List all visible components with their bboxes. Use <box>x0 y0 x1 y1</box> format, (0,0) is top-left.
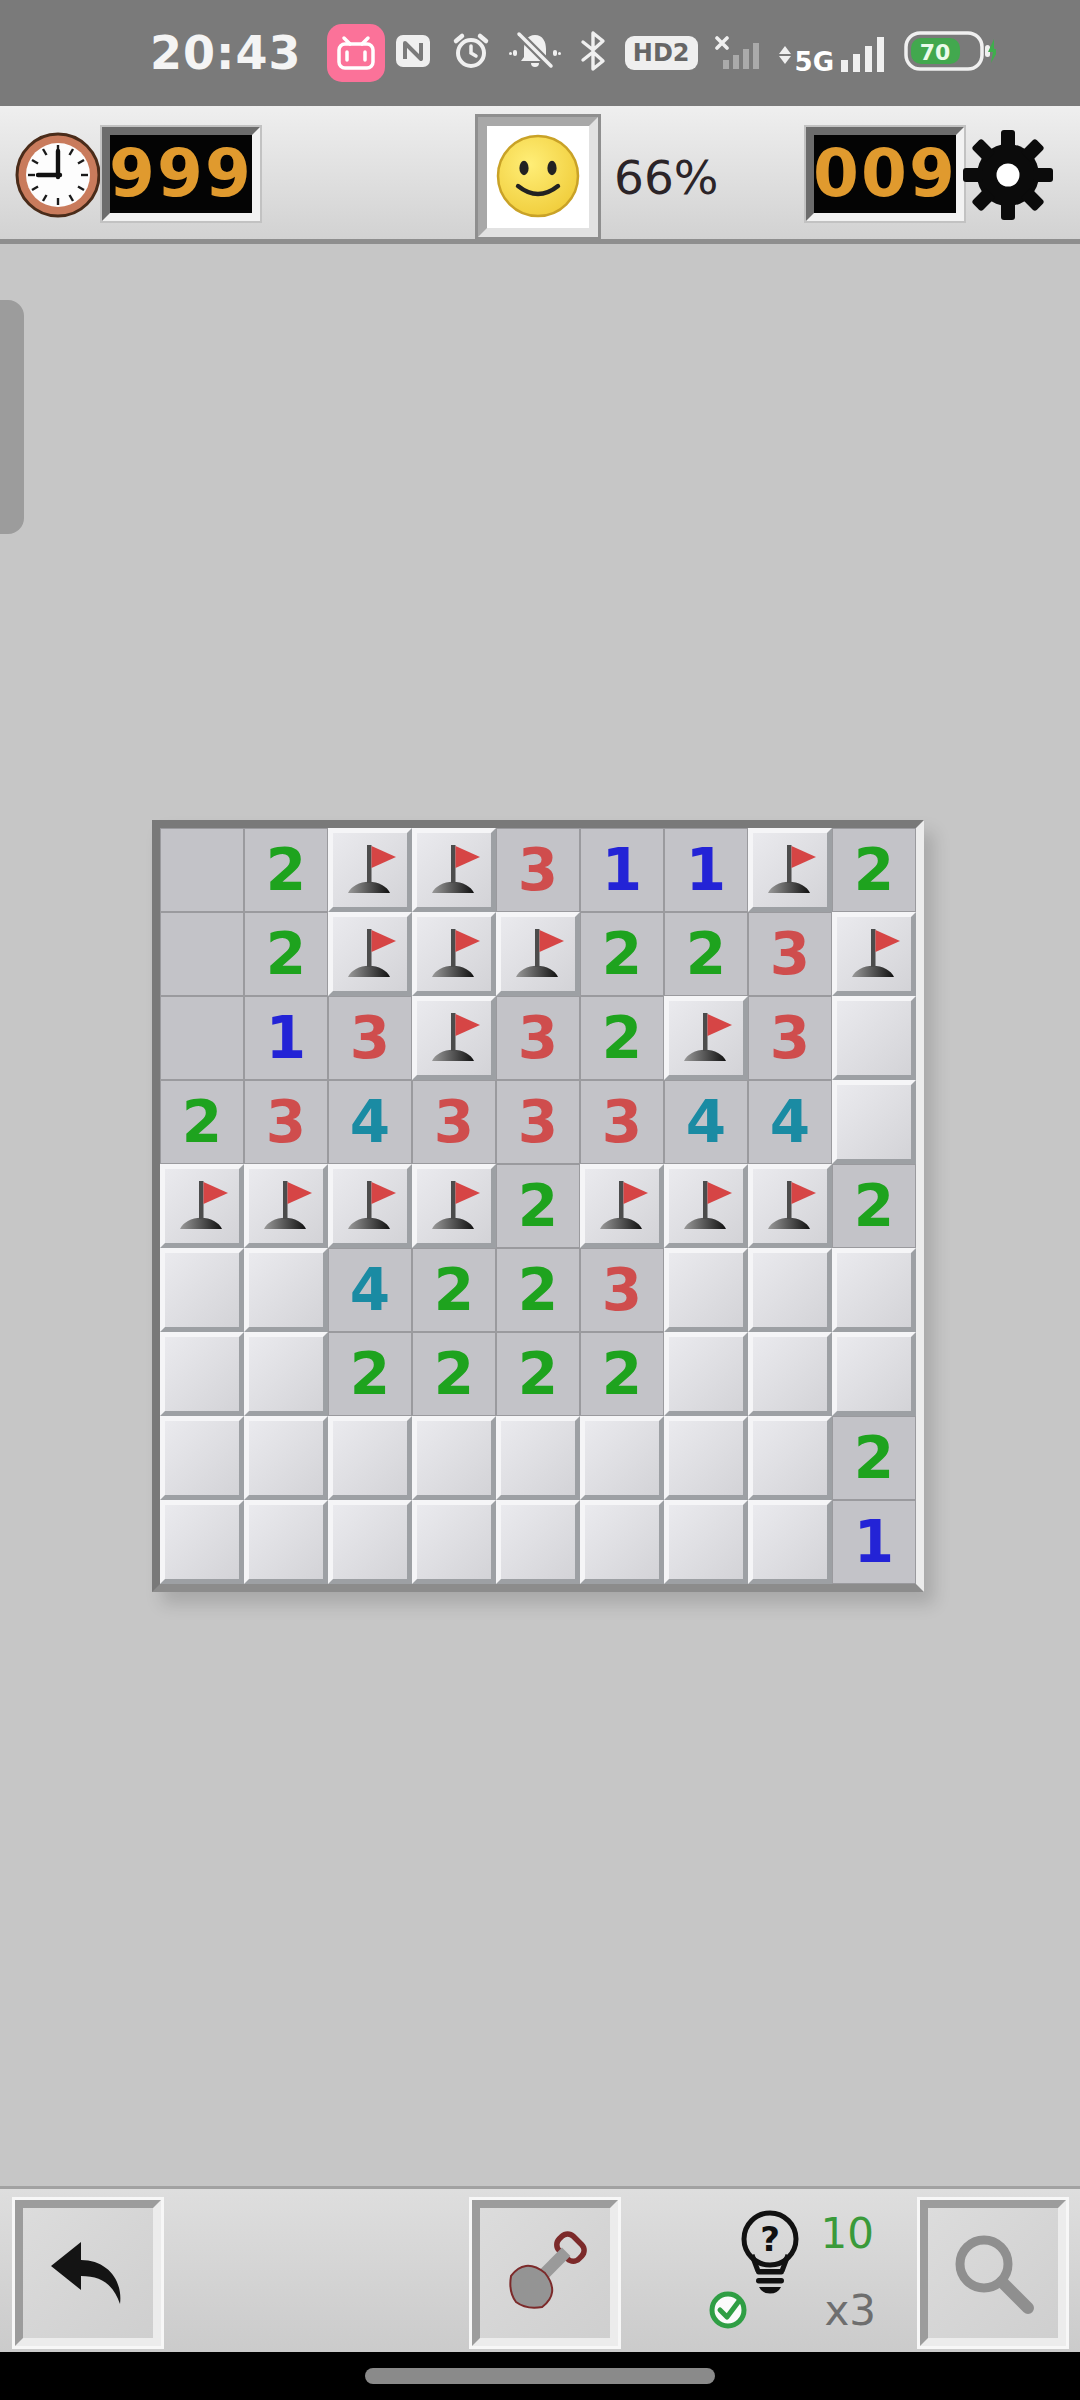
flag-icon <box>764 841 816 899</box>
cell-r2c7[interactable]: 2 <box>664 912 748 996</box>
flag-icon <box>428 1177 480 1235</box>
cell-r8c1[interactable] <box>160 1416 244 1500</box>
cell-number: 3 <box>434 1093 474 1151</box>
cell-r7c5[interactable]: 2 <box>496 1332 580 1416</box>
cell-r4c2[interactable]: 3 <box>244 1080 328 1164</box>
cell-number: 3 <box>518 1093 558 1151</box>
bilibili-app-icon <box>327 24 385 82</box>
cell-r7c8[interactable] <box>748 1332 832 1416</box>
cell-r9c8[interactable] <box>748 1500 832 1584</box>
cell-number: 2 <box>434 1261 474 1319</box>
cell-r5c3[interactable] <box>328 1164 412 1248</box>
cell-number: 4 <box>350 1261 390 1319</box>
cell-r2c6[interactable]: 2 <box>580 912 664 996</box>
cell-number: 2 <box>602 1345 642 1403</box>
cell-r4c3[interactable]: 4 <box>328 1080 412 1164</box>
cell-r8c4[interactable] <box>412 1416 496 1500</box>
cell-number: 1 <box>266 1009 306 1067</box>
cell-r7c3[interactable]: 2 <box>328 1332 412 1416</box>
cell-r6c3[interactable]: 4 <box>328 1248 412 1332</box>
cell-r5c5[interactable]: 2 <box>496 1164 580 1248</box>
magnifier-icon <box>946 2226 1040 2320</box>
cell-number: 3 <box>266 1093 306 1151</box>
flag-icon <box>344 841 396 899</box>
cell-r2c3[interactable] <box>328 912 412 996</box>
cell-number: 4 <box>350 1093 390 1151</box>
hd-badge: HD2 <box>625 36 698 70</box>
minesweeper-app: 20:43 <box>0 0 1080 2400</box>
cell-number: 3 <box>518 841 558 899</box>
cell-r5c8[interactable] <box>748 1164 832 1248</box>
cell-r9c1[interactable] <box>160 1500 244 1584</box>
cell-r7c9[interactable] <box>832 1332 916 1416</box>
cell-r1c5[interactable]: 3 <box>496 828 580 912</box>
cell-number: 3 <box>770 925 810 983</box>
flag-icon <box>596 1177 648 1235</box>
svg-text:70: 70 <box>920 40 951 65</box>
cell-r3c3[interactable]: 3 <box>328 996 412 1080</box>
flag-icon <box>428 841 480 899</box>
cell-number: 3 <box>602 1093 642 1151</box>
flag-icon <box>680 1177 732 1235</box>
cell-r1c3[interactable] <box>328 828 412 912</box>
cell-r1c2[interactable]: 2 <box>244 828 328 912</box>
cell-number: 3 <box>770 1009 810 1067</box>
cell-r3c6[interactable]: 2 <box>580 996 664 1080</box>
cell-number: 4 <box>770 1093 810 1151</box>
cell-r5c6[interactable] <box>580 1164 664 1248</box>
hint-multiplier: x3 <box>824 2286 876 2335</box>
cell-r6c7[interactable] <box>664 1248 748 1332</box>
cell-r1c1[interactable] <box>160 828 244 912</box>
zoom-button[interactable] <box>920 2200 1066 2346</box>
shovel-icon <box>493 2221 597 2325</box>
cell-r2c9[interactable] <box>832 912 916 996</box>
progress-percent: 66% <box>614 150 718 205</box>
cell-r5c9[interactable]: 2 <box>832 1164 916 1248</box>
signal-no-service-icon <box>715 30 761 76</box>
cell-r6c9[interactable] <box>832 1248 916 1332</box>
cell-r9c3[interactable] <box>328 1500 412 1584</box>
cell-r6c5[interactable]: 2 <box>496 1248 580 1332</box>
cell-r4c5[interactable]: 3 <box>496 1080 580 1164</box>
cell-number: 3 <box>350 1009 390 1067</box>
cell-r2c5[interactable] <box>496 912 580 996</box>
cell-r8c7[interactable] <box>664 1416 748 1500</box>
cell-r7c1[interactable] <box>160 1332 244 1416</box>
cell-r3c8[interactable]: 3 <box>748 996 832 1080</box>
cell-r8c2[interactable] <box>244 1416 328 1500</box>
cell-r4c9[interactable] <box>832 1080 916 1164</box>
cell-r8c8[interactable] <box>748 1416 832 1500</box>
vibrate-off-icon <box>509 30 561 76</box>
cell-r8c9[interactable]: 2 <box>832 1416 916 1500</box>
flag-icon <box>176 1177 228 1235</box>
cell-r4c7[interactable]: 4 <box>664 1080 748 1164</box>
drawer-handle[interactable] <box>0 300 24 534</box>
cell-number: 2 <box>518 1261 558 1319</box>
cell-number: 2 <box>854 1177 894 1235</box>
cell-number: 4 <box>686 1093 726 1151</box>
game-header: 999 66% 009 <box>0 106 1080 244</box>
cell-r9c4[interactable] <box>412 1500 496 1584</box>
gear-icon <box>962 129 1054 221</box>
svg-text:?: ? <box>760 2219 780 2259</box>
cell-r9c6[interactable] <box>580 1500 664 1584</box>
cell-r9c7[interactable] <box>664 1500 748 1584</box>
cell-r1c4[interactable] <box>412 828 496 912</box>
flag-icon <box>344 925 396 983</box>
cell-r4c1[interactable]: 2 <box>160 1080 244 1164</box>
cell-number: 2 <box>266 925 306 983</box>
flag-icon <box>260 1177 312 1235</box>
cell-r2c1[interactable] <box>160 912 244 996</box>
cell-r5c2[interactable] <box>244 1164 328 1248</box>
cell-number: 2 <box>854 841 894 899</box>
minesweeper-board: 2 311 22 <box>152 820 924 1592</box>
cell-r9c5[interactable] <box>496 1500 580 1584</box>
cell-r6c6[interactable]: 3 <box>580 1248 664 1332</box>
cell-number: 1 <box>854 1513 894 1571</box>
cell-number: 2 <box>266 841 306 899</box>
cell-r5c7[interactable] <box>664 1164 748 1248</box>
check-icon <box>706 2287 752 2333</box>
cell-number: 2 <box>602 925 642 983</box>
signal-5g-icon: 5G <box>778 32 887 74</box>
cell-number: 2 <box>518 1345 558 1403</box>
timer-display: 999 <box>102 127 260 221</box>
cell-r8c5[interactable] <box>496 1416 580 1500</box>
cell-r2c2[interactable]: 2 <box>244 912 328 996</box>
cell-r2c8[interactable]: 3 <box>748 912 832 996</box>
cell-r7c7[interactable] <box>664 1332 748 1416</box>
home-indicator[interactable] <box>365 2368 715 2384</box>
cell-number: 1 <box>686 841 726 899</box>
flag-icon <box>428 1009 480 1067</box>
flag-icon <box>680 1009 732 1067</box>
mine-counter-display: 009 <box>806 127 964 221</box>
cell-number: 2 <box>182 1093 222 1151</box>
cell-r3c4[interactable] <box>412 996 496 1080</box>
cell-r6c2[interactable] <box>244 1248 328 1332</box>
cell-r1c6[interactable]: 1 <box>580 828 664 912</box>
cell-number: 1 <box>602 841 642 899</box>
flag-icon <box>428 925 480 983</box>
cell-number: 2 <box>686 925 726 983</box>
flag-icon <box>512 925 564 983</box>
cell-r1c8[interactable] <box>748 828 832 912</box>
cell-r6c8[interactable] <box>748 1248 832 1332</box>
undo-arrow-icon <box>45 2236 131 2310</box>
cell-r3c7[interactable] <box>664 996 748 1080</box>
clock-icon <box>14 131 102 223</box>
cell-r3c5[interactable]: 3 <box>496 996 580 1080</box>
cell-number: 3 <box>602 1261 642 1319</box>
bluetooth-icon <box>578 30 608 76</box>
cell-number: 2 <box>350 1345 390 1403</box>
nfc-icon <box>393 31 433 75</box>
cell-r3c1[interactable] <box>160 996 244 1080</box>
hint-count: 10 <box>821 2209 874 2258</box>
cell-number: 2 <box>602 1009 642 1067</box>
cell-r5c4[interactable] <box>412 1164 496 1248</box>
cell-r7c4[interactable]: 2 <box>412 1332 496 1416</box>
cell-r6c1[interactable] <box>160 1248 244 1332</box>
cell-number: 2 <box>434 1345 474 1403</box>
cell-r4c4[interactable]: 3 <box>412 1080 496 1164</box>
cell-r6c4[interactable]: 2 <box>412 1248 496 1332</box>
cell-r3c2[interactable]: 1 <box>244 996 328 1080</box>
alarm-icon <box>450 30 492 76</box>
cell-r9c9[interactable]: 1 <box>832 1500 916 1584</box>
cell-r7c6[interactable]: 2 <box>580 1332 664 1416</box>
flag-icon <box>344 1177 396 1235</box>
undo-button[interactable] <box>15 2200 161 2346</box>
flag-icon <box>764 1177 816 1235</box>
cell-r4c6[interactable]: 3 <box>580 1080 664 1164</box>
hint-button[interactable]: ? 10 x3 <box>700 2205 880 2345</box>
flag-icon <box>848 925 900 983</box>
cell-number: 2 <box>854 1429 894 1487</box>
charging-icon <box>988 39 996 63</box>
battery-icon: 70 <box>904 29 996 77</box>
cell-r4c8[interactable]: 4 <box>748 1080 832 1164</box>
android-nav-bar <box>0 2352 1080 2400</box>
cell-r9c2[interactable] <box>244 1500 328 1584</box>
cell-r2c4[interactable] <box>412 912 496 996</box>
cell-number: 2 <box>518 1177 558 1235</box>
shovel-button[interactable] <box>472 2200 618 2346</box>
cell-r1c7[interactable]: 1 <box>664 828 748 912</box>
smiley-face-button[interactable] <box>478 117 598 237</box>
settings-button[interactable] <box>962 129 1054 221</box>
cell-number: 3 <box>518 1009 558 1067</box>
cell-r8c3[interactable] <box>328 1416 412 1500</box>
cell-r7c2[interactable] <box>244 1332 328 1416</box>
cell-r5c1[interactable] <box>160 1164 244 1248</box>
cell-r3c9[interactable] <box>832 996 916 1080</box>
cell-r8c6[interactable] <box>580 1416 664 1500</box>
bottom-toolbar: ? 10 x3 <box>0 2186 1080 2352</box>
clock-time: 20:43 <box>150 26 301 80</box>
status-bar: 20:43 <box>0 0 1080 106</box>
cell-r1c9[interactable]: 2 <box>832 828 916 912</box>
